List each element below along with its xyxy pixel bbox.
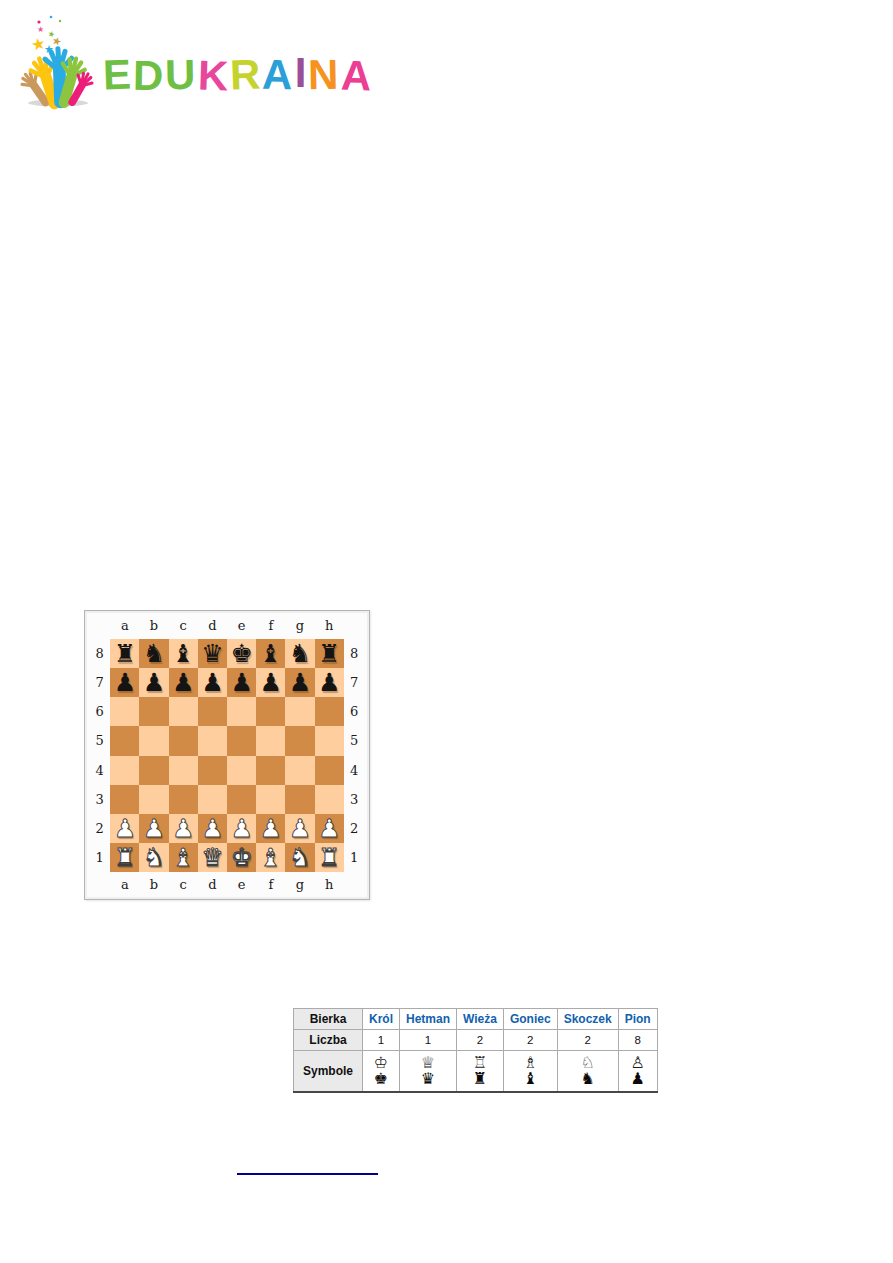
file-label-top-e: e [227,613,256,639]
row-label-liczba: Liczba [294,1030,363,1051]
rank-label-right-7: 7 [344,668,365,697]
white-pawn: ♟ [230,816,252,841]
table-header-row: Bierka Król Hetman Wieża Goniec Skoczek … [294,1009,658,1030]
logo-letter-k: K [196,54,230,97]
rank-label-right-8: 8 [344,639,365,668]
square-a5 [110,726,139,755]
rank-label-right-4: 4 [344,756,365,785]
document-page: ★ ★ ★ ★ ★ EDUKRAINA abcdefgh8♜♞♝♛♚♝♞♜87♟… [0,0,893,1263]
square-g4 [285,756,314,785]
square-f4 [256,756,285,785]
square-h6 [315,697,344,726]
logo-letter-r: R [228,53,262,96]
rank-label-left-8: 8 [89,639,110,668]
rank-label-right-5: 5 [344,726,365,755]
count-skoczek: 2 [557,1030,618,1051]
square-e2: ♟ [227,814,256,843]
count-krol: 1 [363,1030,400,1051]
square-a6 [110,697,139,726]
file-label-top-c: c [169,613,198,639]
file-label-bottom-b: b [139,872,168,897]
square-a8: ♜ [110,639,139,668]
square-f8: ♝ [256,639,285,668]
pieces-table: Bierka Król Hetman Wieża Goniec Skoczek … [293,1008,658,1093]
count-goniec: 2 [503,1030,557,1051]
square-b2: ♟ [139,814,168,843]
square-c4 [169,756,198,785]
file-label-bottom-a: a [110,872,139,897]
logo-letter-a: A [339,54,373,97]
board-corner [344,872,365,897]
table-symbols-row: Symbole ♔ ♚ ♕ ♛ ♖ ♜ ♗ ♝ ♘ ♞ ♙ [294,1051,658,1093]
black-pawn: ♟ [114,670,136,695]
symbols-cell-pion: ♙ ♟ [618,1051,657,1093]
black-queen-symbol: ♛ [406,1071,450,1087]
count-pion: 8 [618,1030,657,1051]
black-rook: ♜ [114,641,136,666]
rank-label-right-2: 2 [344,814,365,843]
square-e5 [227,726,256,755]
board-corner [89,613,110,639]
square-g3 [285,785,314,814]
square-g1: ♞ [285,843,314,872]
file-label-bottom-d: d [198,872,227,897]
square-g8: ♞ [285,639,314,668]
count-wieza: 2 [457,1030,504,1051]
black-bishop-symbol: ♝ [510,1071,551,1087]
logo-letter-d: D [132,55,165,98]
black-pawn: ♟ [143,670,165,695]
square-h5 [315,726,344,755]
edukraina-logo: ★ ★ ★ ★ ★ EDUKRAINA [16,10,372,110]
square-b3 [139,785,168,814]
file-label-bottom-g: g [285,872,314,897]
square-f2: ♟ [256,814,285,843]
row-label-symbole: Symbole [294,1051,363,1093]
square-c1: ♝ [169,843,198,872]
black-pawn: ♟ [230,670,252,695]
black-rook: ♜ [318,641,340,666]
spark-dot [50,16,53,19]
rank-label-right-3: 3 [344,785,365,814]
square-g2: ♟ [285,814,314,843]
square-f1: ♝ [256,843,285,872]
rank-label-left-2: 2 [89,814,110,843]
rank-label-left-1: 1 [89,843,110,872]
square-h7: ♟ [315,668,344,697]
black-knight-symbol: ♞ [564,1071,612,1087]
square-d8: ♛ [198,639,227,668]
file-label-bottom-e: e [227,872,256,897]
square-a1: ♜ [110,843,139,872]
file-label-bottom-h: h [315,872,344,897]
square-a7: ♟ [110,668,139,697]
logo-letter-n: N [307,54,340,97]
piece-link-pion[interactable]: Pion [618,1009,657,1030]
square-e3 [227,785,256,814]
square-h8: ♜ [315,639,344,668]
star-pink-icon: ★ [37,25,44,34]
black-pawn: ♟ [172,670,194,695]
symbols-cell-krol: ♔ ♚ [363,1051,400,1093]
square-d2: ♟ [198,814,227,843]
black-bishop: ♝ [260,641,282,666]
square-b4 [139,756,168,785]
hidden-link-underline[interactable] [237,1164,378,1175]
square-d1: ♛ [198,843,227,872]
square-e8: ♚ [227,639,256,668]
white-pawn: ♟ [172,816,194,841]
square-b8: ♞ [139,639,168,668]
square-e4 [227,756,256,785]
piece-link-hetman[interactable]: Hetman [400,1009,457,1030]
white-rook: ♜ [318,845,340,870]
symbols-cell-goniec: ♗ ♝ [503,1051,557,1093]
symbols-cell-wieza: ♖ ♜ [457,1051,504,1093]
square-a2: ♟ [110,814,139,843]
black-pawn-symbol: ♟ [625,1071,651,1087]
white-pawn: ♟ [201,816,223,841]
white-knight: ♞ [143,845,165,870]
board-corner [89,872,110,897]
file-label-top-a: a [110,613,139,639]
square-a3 [110,785,139,814]
white-pawn: ♟ [260,816,282,841]
square-g5 [285,726,314,755]
square-b7: ♟ [139,668,168,697]
black-pawn: ♟ [260,670,282,695]
chess-board-frame: abcdefgh8♜♞♝♛♚♝♞♜87♟♟♟♟♟♟♟♟7665544332♟♟♟… [84,610,370,900]
file-label-bottom-c: c [169,872,198,897]
square-c6 [169,697,198,726]
piece-link-goniec[interactable]: Goniec [503,1009,557,1030]
white-king: ♚ [230,845,252,870]
rank-label-left-4: 4 [89,756,110,785]
white-pawn: ♟ [289,816,311,841]
symbols-cell-skoczek: ♘ ♞ [557,1051,618,1093]
logo-letter-i: I [294,52,308,94]
square-h3 [315,785,344,814]
square-c3 [169,785,198,814]
square-h2: ♟ [315,814,344,843]
rank-label-right-6: 6 [344,697,365,726]
symbols-cell-hetman: ♕ ♛ [400,1051,457,1093]
square-e7: ♟ [227,668,256,697]
file-label-top-f: f [256,613,285,639]
black-king: ♚ [230,641,252,666]
piece-link-wieza[interactable]: Wieża [457,1009,504,1030]
white-pawn: ♟ [318,816,340,841]
black-king-symbol: ♚ [369,1071,393,1087]
square-a4 [110,756,139,785]
square-f5 [256,726,285,755]
hands-and-stars-icon: ★ ★ ★ ★ ★ [16,10,100,110]
black-pawn: ♟ [318,670,340,695]
square-g7: ♟ [285,668,314,697]
square-b5 [139,726,168,755]
square-h4 [315,756,344,785]
white-knight: ♞ [289,845,311,870]
square-c7: ♟ [169,668,198,697]
square-f7: ♟ [256,668,285,697]
black-pawn: ♟ [201,670,223,695]
white-pawn: ♟ [114,816,136,841]
file-label-top-h: h [315,613,344,639]
logo-letter-u: U [164,54,197,97]
square-c8: ♝ [169,639,198,668]
square-d4 [198,756,227,785]
square-d6 [198,697,227,726]
black-knight: ♞ [289,641,311,666]
spark-dot [37,20,40,23]
file-label-bottom-f: f [256,872,285,897]
square-e6 [227,697,256,726]
square-f6 [256,697,285,726]
spark-dot [59,20,61,22]
logo-wordmark: EDUKRAINA [102,54,372,96]
chess-board: abcdefgh8♜♞♝♛♚♝♞♜87♟♟♟♟♟♟♟♟7665544332♟♟♟… [89,613,365,898]
black-queen: ♛ [201,641,223,666]
file-label-top-d: d [198,613,227,639]
table-count-row: Liczba 1 1 2 2 2 8 [294,1030,658,1051]
square-h1: ♜ [315,843,344,872]
square-c2: ♟ [169,814,198,843]
count-hetman: 1 [400,1030,457,1051]
square-b6 [139,697,168,726]
square-e1: ♚ [227,843,256,872]
white-pawn: ♟ [143,816,165,841]
board-corner [344,613,365,639]
square-f3 [256,785,285,814]
black-bishop: ♝ [172,641,194,666]
logo-letter-e: E [101,53,132,96]
logo-letter-a: A [261,54,294,97]
white-rook: ♜ [114,845,136,870]
rank-label-left-6: 6 [89,697,110,726]
black-pawn: ♟ [289,670,311,695]
black-knight: ♞ [143,641,165,666]
row-label-bierka: Bierka [294,1009,363,1030]
file-label-top-b: b [139,613,168,639]
square-g6 [285,697,314,726]
piece-link-skoczek[interactable]: Skoczek [557,1009,618,1030]
piece-link-krol[interactable]: Król [363,1009,400,1030]
square-d5 [198,726,227,755]
white-bishop: ♝ [172,845,194,870]
rank-label-left-7: 7 [89,668,110,697]
square-d7: ♟ [198,668,227,697]
black-rook-symbol: ♜ [463,1071,497,1087]
white-queen: ♛ [201,845,223,870]
white-bishop: ♝ [260,845,282,870]
square-d3 [198,785,227,814]
square-c5 [169,726,198,755]
file-label-top-g: g [285,613,314,639]
square-b1: ♞ [139,843,168,872]
rank-label-right-1: 1 [344,843,365,872]
rank-label-left-3: 3 [89,785,110,814]
rank-label-left-5: 5 [89,726,110,755]
